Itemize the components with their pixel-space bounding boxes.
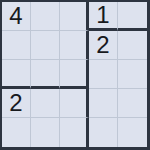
cell-r1c2[interactable] xyxy=(60,31,89,60)
cell-r3c4[interactable] xyxy=(118,89,147,118)
given-number: 1 xyxy=(96,3,109,27)
cell-r3c3[interactable] xyxy=(89,89,118,118)
cell-r2c0[interactable] xyxy=(2,60,31,89)
cell-r0c3[interactable]: 1 xyxy=(89,2,118,31)
cell-r1c0[interactable] xyxy=(2,31,31,60)
cell-r2c2[interactable] xyxy=(60,60,89,89)
cell-r4c1[interactable] xyxy=(31,118,60,147)
cell-r3c1[interactable] xyxy=(31,89,60,118)
cell-r2c4[interactable] xyxy=(118,60,147,89)
cell-r3c2[interactable] xyxy=(60,89,89,118)
given-number: 2 xyxy=(9,91,22,115)
given-number: 4 xyxy=(9,4,22,28)
given-number: 2 xyxy=(96,33,109,57)
cell-r3c0[interactable]: 2 xyxy=(2,89,31,118)
puzzle-board: 4122 xyxy=(0,0,150,150)
cell-r4c2[interactable] xyxy=(60,118,89,147)
cell-r2c1[interactable] xyxy=(31,60,60,89)
cell-r1c4[interactable] xyxy=(118,31,147,60)
cell-r0c1[interactable] xyxy=(31,2,60,31)
cell-r0c0[interactable]: 4 xyxy=(2,2,31,31)
cell-r2c3[interactable] xyxy=(89,60,118,89)
cell-r0c4[interactable] xyxy=(118,2,147,31)
cell-r1c1[interactable] xyxy=(31,31,60,60)
cell-r4c3[interactable] xyxy=(89,118,118,147)
cell-r1c3[interactable]: 2 xyxy=(89,31,118,60)
cell-r4c0[interactable] xyxy=(2,118,31,147)
cell-r4c4[interactable] xyxy=(118,118,147,147)
cell-r0c2[interactable] xyxy=(60,2,89,31)
